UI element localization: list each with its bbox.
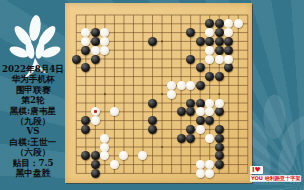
black-stone — [196, 99, 205, 108]
game-info-panel: 2022年8月4日华为手机杯围甲联赛第2轮黑棋:唐韦星（九段）VS白棋:王世一（… — [0, 64, 66, 178]
white-stone — [224, 55, 233, 64]
panel-line: 白棋:王世一 — [1, 137, 64, 147]
panel-line: （六段） — [1, 147, 64, 157]
black-stone — [215, 46, 224, 55]
panel-line: 第2轮 — [1, 95, 64, 105]
black-stone — [91, 55, 100, 64]
white-stone — [215, 55, 224, 64]
panel-line: 黑棋:唐韦星 — [1, 106, 64, 116]
black-stone — [215, 125, 224, 134]
white-stone — [205, 134, 214, 143]
white-stone — [110, 160, 119, 169]
white-stone — [177, 81, 186, 90]
black-stone — [186, 134, 195, 143]
white-stone — [91, 116, 100, 125]
white-stone — [205, 46, 214, 55]
black-stone — [81, 46, 90, 55]
logo-name-text: YOU 哈利路亚十字架 — [250, 175, 301, 182]
white-stone — [167, 90, 176, 99]
white-stone — [196, 125, 205, 134]
black-stone — [72, 55, 81, 64]
channel-logo: I♥ YOU 哈利路亚十字架 — [250, 166, 302, 182]
panel-line: 黑中盘胜 — [1, 168, 64, 178]
panel-line: （九段） — [1, 116, 64, 126]
black-stone — [186, 55, 195, 64]
go-board — [65, 3, 252, 183]
white-stone — [91, 46, 100, 55]
white-stone — [196, 169, 205, 178]
white-stone — [196, 160, 205, 169]
panel-line: 贴目：7.5 — [1, 158, 64, 168]
black-stone — [215, 19, 224, 28]
panel-line: 2022年8月4日 — [1, 64, 64, 74]
black-stone — [215, 134, 224, 143]
black-stone — [91, 37, 100, 46]
black-stone — [215, 72, 224, 81]
white-stone — [215, 99, 224, 108]
white-stone — [186, 81, 195, 90]
white-stone — [100, 143, 109, 152]
black-stone — [148, 37, 157, 46]
black-stone — [215, 28, 224, 37]
black-stone — [186, 125, 195, 134]
white-stone — [205, 55, 214, 64]
black-stone — [215, 151, 224, 160]
panel-line: 围甲联赛 — [1, 85, 64, 95]
black-stone — [215, 143, 224, 152]
black-stone — [148, 125, 157, 134]
black-stone — [196, 116, 205, 125]
white-stone — [205, 99, 214, 108]
panel-line: 华为手机杯 — [1, 75, 64, 85]
last-move-marker — [94, 110, 97, 113]
black-stone — [91, 160, 100, 169]
black-stone — [91, 169, 100, 178]
black-stone — [215, 160, 224, 169]
black-stone — [215, 107, 224, 116]
black-stone — [177, 107, 186, 116]
black-stone — [148, 99, 157, 108]
black-stone — [196, 37, 205, 46]
logo-heart-text: I♥ — [250, 166, 263, 174]
black-stone — [177, 134, 186, 143]
panel-line: VS — [1, 127, 64, 137]
video-frame: 2022年8月4日华为手机杯围甲联赛第2轮黑棋:唐韦星（九段）VS白棋:王世一（… — [0, 0, 304, 190]
black-stone — [196, 81, 205, 90]
black-stone — [224, 46, 233, 55]
black-stone — [215, 37, 224, 46]
black-stone — [186, 99, 195, 108]
black-stone — [196, 63, 205, 72]
black-stone — [91, 28, 100, 37]
white-stone — [196, 107, 205, 116]
white-stone — [167, 81, 176, 90]
